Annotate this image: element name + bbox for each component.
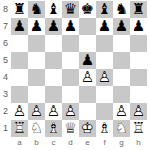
square-f4[interactable]: ♟♙ <box>96 69 113 86</box>
rank-label-6: 6 <box>0 35 11 52</box>
rank-label-1: 1 <box>0 120 11 137</box>
corner-spacer <box>0 137 11 149</box>
square-a7[interactable]: ♟ <box>11 18 28 35</box>
white-king-outline: ♔ <box>79 120 96 137</box>
square-g4[interactable] <box>113 69 130 86</box>
rank-label-4: 4 <box>0 69 11 86</box>
square-d5[interactable] <box>62 52 79 69</box>
square-b7[interactable]: ♟ <box>28 18 45 35</box>
square-g5[interactable] <box>113 52 130 69</box>
square-b3[interactable] <box>28 86 45 103</box>
piece-white-pawn[interactable]: ♟♙ <box>96 69 113 86</box>
square-g1[interactable]: ♞♘ <box>113 120 130 137</box>
file-label-c: c <box>45 137 62 149</box>
square-h5[interactable] <box>130 52 147 69</box>
board: ♜♞♝♛♚♝♞♜♟♟♟♟♟♟♟♟♟♙♟♙♟♙♟♙♟♙♟♙♟♙♟♙♜♖♞♘♝♗♛♕… <box>11 1 147 137</box>
white-pawn-outline: ♙ <box>113 103 130 120</box>
piece-white-pawn[interactable]: ♟♙ <box>28 103 45 120</box>
square-f1[interactable]: ♝♗ <box>96 120 113 137</box>
square-f3[interactable] <box>96 86 113 103</box>
square-h7[interactable]: ♟ <box>130 18 147 35</box>
piece-white-pawn[interactable]: ♟♙ <box>45 103 62 120</box>
square-d6[interactable] <box>62 35 79 52</box>
piece-black-rook[interactable]: ♜ <box>11 1 28 18</box>
piece-black-pawn[interactable]: ♟ <box>96 18 113 35</box>
file-label-h: h <box>130 137 147 149</box>
square-d8[interactable]: ♛ <box>62 1 79 18</box>
piece-white-queen[interactable]: ♛♕ <box>62 120 79 137</box>
piece-black-pawn[interactable]: ♟ <box>28 18 45 35</box>
square-e8[interactable]: ♚ <box>79 1 96 18</box>
square-c7[interactable]: ♟ <box>45 18 62 35</box>
square-a8[interactable]: ♜ <box>11 1 28 18</box>
piece-white-bishop[interactable]: ♝♗ <box>45 120 62 137</box>
white-pawn-outline: ♙ <box>62 103 79 120</box>
square-a1[interactable]: ♜♖ <box>11 120 28 137</box>
piece-white-pawn[interactable]: ♟♙ <box>62 103 79 120</box>
piece-white-pawn[interactable]: ♟♙ <box>130 103 147 120</box>
white-pawn-outline: ♙ <box>130 103 147 120</box>
square-c2[interactable]: ♟♙ <box>45 103 62 120</box>
square-g6[interactable] <box>113 35 130 52</box>
piece-black-rook[interactable]: ♜ <box>130 1 147 18</box>
piece-white-rook[interactable]: ♜♖ <box>130 120 147 137</box>
square-b6[interactable] <box>28 35 45 52</box>
square-b8[interactable]: ♞ <box>28 1 45 18</box>
square-c4[interactable] <box>45 69 62 86</box>
file-label-a: a <box>11 137 28 149</box>
square-b2[interactable]: ♟♙ <box>28 103 45 120</box>
white-pawn-outline: ♙ <box>11 103 28 120</box>
piece-white-pawn[interactable]: ♟♙ <box>79 69 96 86</box>
square-e2[interactable] <box>79 103 96 120</box>
rank-label-3: 3 <box>0 86 11 103</box>
piece-black-pawn[interactable]: ♟ <box>62 18 79 35</box>
square-a3[interactable] <box>11 86 28 103</box>
file-label-g: g <box>113 137 130 149</box>
piece-black-bishop[interactable]: ♝ <box>45 1 62 18</box>
square-b4[interactable] <box>28 69 45 86</box>
square-f7[interactable]: ♟ <box>96 18 113 35</box>
square-c8[interactable]: ♝ <box>45 1 62 18</box>
square-h8[interactable]: ♜ <box>130 1 147 18</box>
white-pawn-outline: ♙ <box>96 69 113 86</box>
white-rook-outline: ♖ <box>11 120 28 137</box>
square-c6[interactable] <box>45 35 62 52</box>
square-d2[interactable]: ♟♙ <box>62 103 79 120</box>
square-a4[interactable] <box>11 69 28 86</box>
square-d7[interactable]: ♟ <box>62 18 79 35</box>
square-f2[interactable] <box>96 103 113 120</box>
piece-white-knight[interactable]: ♞♘ <box>113 120 130 137</box>
square-d1[interactable]: ♛♕ <box>62 120 79 137</box>
rank-labels: 87654321 <box>0 1 11 137</box>
square-f8[interactable]: ♝ <box>96 1 113 18</box>
square-g7[interactable]: ♟ <box>113 18 130 35</box>
square-a5[interactable] <box>11 52 28 69</box>
white-bishop-outline: ♗ <box>96 120 113 137</box>
square-h4[interactable] <box>130 69 147 86</box>
square-b1[interactable]: ♞♘ <box>28 120 45 137</box>
white-pawn-outline: ♙ <box>79 69 96 86</box>
square-d3[interactable] <box>62 86 79 103</box>
white-queen-outline: ♕ <box>62 120 79 137</box>
file-label-d: d <box>62 137 79 149</box>
piece-black-knight[interactable]: ♞ <box>28 1 45 18</box>
square-e4[interactable]: ♟♙ <box>79 69 96 86</box>
square-h6[interactable] <box>130 35 147 52</box>
square-a6[interactable] <box>11 35 28 52</box>
piece-white-king[interactable]: ♚♔ <box>79 120 96 137</box>
square-h3[interactable] <box>130 86 147 103</box>
white-rook-outline: ♖ <box>130 120 147 137</box>
square-c1[interactable]: ♝♗ <box>45 120 62 137</box>
square-c3[interactable] <box>45 86 62 103</box>
piece-white-bishop[interactable]: ♝♗ <box>96 120 113 137</box>
piece-white-knight[interactable]: ♞♘ <box>28 120 45 137</box>
piece-black-king[interactable]: ♚ <box>79 1 96 18</box>
piece-black-knight[interactable]: ♞ <box>113 1 130 18</box>
square-f5[interactable] <box>96 52 113 69</box>
rank-label-7: 7 <box>0 18 11 35</box>
square-d4[interactable] <box>62 69 79 86</box>
piece-white-pawn[interactable]: ♟♙ <box>11 103 28 120</box>
square-f6[interactable] <box>96 35 113 52</box>
white-knight-outline: ♘ <box>28 120 45 137</box>
white-pawn-outline: ♙ <box>45 103 62 120</box>
rank-label-5: 5 <box>0 52 11 69</box>
file-label-f: f <box>96 137 113 149</box>
piece-black-queen[interactable]: ♛ <box>62 1 79 18</box>
square-g8[interactable]: ♞ <box>113 1 130 18</box>
chess-diagram: 87654321 ♜♞♝♛♚♝♞♜♟♟♟♟♟♟♟♟♟♙♟♙♟♙♟♙♟♙♟♙♟♙♟… <box>0 0 150 150</box>
square-g3[interactable] <box>113 86 130 103</box>
square-h2[interactable]: ♟♙ <box>130 103 147 120</box>
piece-black-pawn[interactable]: ♟ <box>79 52 96 69</box>
piece-black-pawn[interactable]: ♟ <box>130 18 147 35</box>
white-knight-outline: ♘ <box>113 120 130 137</box>
file-label-b: b <box>28 137 45 149</box>
piece-white-rook[interactable]: ♜♖ <box>11 120 28 137</box>
piece-black-pawn[interactable]: ♟ <box>45 18 62 35</box>
square-g2[interactable]: ♟♙ <box>113 103 130 120</box>
piece-black-pawn[interactable]: ♟ <box>11 18 28 35</box>
square-e5[interactable]: ♟ <box>79 52 96 69</box>
white-pawn-outline: ♙ <box>28 103 45 120</box>
piece-white-pawn[interactable]: ♟♙ <box>113 103 130 120</box>
file-label-e: e <box>79 137 96 149</box>
square-e3[interactable] <box>79 86 96 103</box>
piece-black-pawn[interactable]: ♟ <box>113 18 130 35</box>
square-c5[interactable] <box>45 52 62 69</box>
square-e6[interactable] <box>79 35 96 52</box>
white-bishop-outline: ♗ <box>45 120 62 137</box>
square-e7[interactable] <box>79 18 96 35</box>
square-a2[interactable]: ♟♙ <box>11 103 28 120</box>
rank-label-2: 2 <box>0 103 11 120</box>
piece-black-bishop[interactable]: ♝ <box>96 1 113 18</box>
square-e1[interactable]: ♚♔ <box>79 120 96 137</box>
file-labels: abcdefgh <box>11 137 147 149</box>
square-h1[interactable]: ♜♖ <box>130 120 147 137</box>
square-b5[interactable] <box>28 52 45 69</box>
rank-label-8: 8 <box>0 1 11 18</box>
